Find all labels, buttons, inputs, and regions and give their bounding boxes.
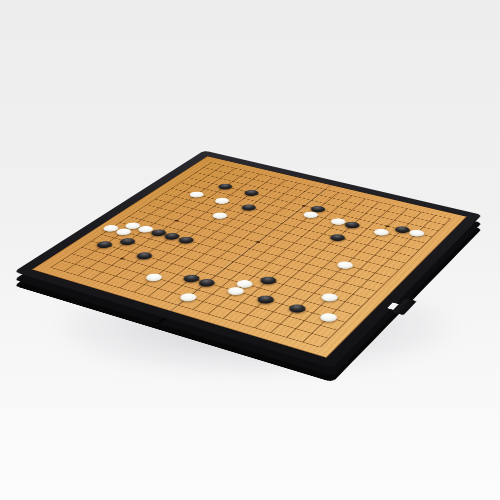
grid-line-vertical — [254, 205, 393, 328]
black-stone — [255, 294, 277, 305]
product-photo-stage — [0, 0, 500, 500]
white-stone — [371, 228, 391, 237]
white-stone — [318, 292, 340, 303]
fold-seam-frame-gap — [154, 318, 166, 326]
black-stone — [257, 276, 279, 286]
black-stone — [342, 221, 362, 230]
white-stone — [407, 229, 427, 238]
black-stone — [286, 303, 308, 314]
white-stone — [318, 312, 341, 324]
white-stone — [335, 260, 356, 270]
black-stone — [328, 233, 348, 242]
